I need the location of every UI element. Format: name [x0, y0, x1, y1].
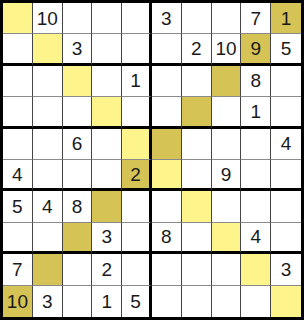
cell-r6c3[interactable] [63, 160, 93, 191]
cell-r6c8[interactable]: 9 [212, 160, 242, 191]
cell-r8c7[interactable] [182, 223, 212, 254]
cell-r5c2[interactable] [33, 129, 63, 160]
cell-r4c3[interactable] [63, 97, 93, 128]
cell-r9c4[interactable]: 2 [92, 254, 122, 285]
cell-r3c6[interactable] [152, 66, 182, 97]
cell-r4c1[interactable] [3, 97, 33, 128]
cell-r2c3[interactable]: 3 [63, 34, 93, 65]
cell-r9c9[interactable] [241, 254, 271, 285]
cell-r5c5[interactable] [122, 129, 152, 160]
cell-r7c8[interactable] [212, 191, 242, 222]
cell-r7c7[interactable] [182, 191, 212, 222]
cell-r4c9[interactable]: 1 [241, 97, 271, 128]
cell-r2c9[interactable]: 9 [241, 34, 271, 65]
cell-r8c10[interactable] [271, 223, 301, 254]
cell-r10c10[interactable] [271, 286, 301, 317]
cell-r8c6[interactable]: 8 [152, 223, 182, 254]
cell-r8c8[interactable] [212, 223, 242, 254]
cell-r9c2[interactable] [33, 254, 63, 285]
cell-r4c10[interactable] [271, 97, 301, 128]
cell-r5c8[interactable] [212, 129, 242, 160]
cell-r9c8[interactable] [212, 254, 242, 285]
cell-r7c4[interactable] [92, 191, 122, 222]
cell-r2c5[interactable] [122, 34, 152, 65]
cell-r2c6[interactable] [152, 34, 182, 65]
cell-r9c7[interactable] [182, 254, 212, 285]
cell-r9c1[interactable]: 7 [3, 254, 33, 285]
cell-r1c9[interactable]: 7 [241, 3, 271, 34]
cell-r5c4[interactable] [92, 129, 122, 160]
cell-r4c7[interactable] [182, 97, 212, 128]
cell-r5c6[interactable] [152, 129, 182, 160]
cell-r3c1[interactable] [3, 66, 33, 97]
cell-r9c5[interactable] [122, 254, 152, 285]
cell-r7c3[interactable]: 8 [63, 191, 93, 222]
cell-r8c3[interactable] [63, 223, 93, 254]
cell-r8c1[interactable] [3, 223, 33, 254]
cell-r1c2[interactable]: 10 [33, 3, 63, 34]
cell-r2c10[interactable]: 5 [271, 34, 301, 65]
cell-r1c10[interactable]: 1 [271, 3, 301, 34]
cell-r4c2[interactable] [33, 97, 63, 128]
cell-r8c5[interactable] [122, 223, 152, 254]
cell-r10c2[interactable]: 3 [33, 286, 63, 317]
cell-r2c4[interactable] [92, 34, 122, 65]
cell-r3c4[interactable] [92, 66, 122, 97]
cell-r6c2[interactable] [33, 160, 63, 191]
cell-r7c9[interactable] [241, 191, 271, 222]
cell-r6c7[interactable] [182, 160, 212, 191]
cell-r7c2[interactable]: 4 [33, 191, 63, 222]
cell-r7c5[interactable] [122, 191, 152, 222]
cell-r3c10[interactable] [271, 66, 301, 97]
cell-r3c7[interactable] [182, 66, 212, 97]
cell-r7c1[interactable]: 5 [3, 191, 33, 222]
cell-r8c2[interactable] [33, 223, 63, 254]
cell-r2c8[interactable]: 10 [212, 34, 242, 65]
cell-r10c4[interactable]: 1 [92, 286, 122, 317]
cell-r3c9[interactable]: 8 [241, 66, 271, 97]
cell-r7c10[interactable] [271, 191, 301, 222]
cell-r5c7[interactable] [182, 129, 212, 160]
cell-r1c3[interactable] [63, 3, 93, 34]
cell-r4c5[interactable] [122, 97, 152, 128]
cell-r3c3[interactable] [63, 66, 93, 97]
cell-r6c6[interactable] [152, 160, 182, 191]
cell-r1c6[interactable]: 3 [152, 3, 182, 34]
cell-r3c2[interactable] [33, 66, 63, 97]
cell-r6c5[interactable]: 2 [122, 160, 152, 191]
cell-r6c4[interactable] [92, 160, 122, 191]
cell-r2c2[interactable] [33, 34, 63, 65]
cell-r3c8[interactable] [212, 66, 242, 97]
cell-r10c7[interactable] [182, 286, 212, 317]
cell-r1c8[interactable] [212, 3, 242, 34]
cell-r1c1[interactable] [3, 3, 33, 34]
cell-r4c6[interactable] [152, 97, 182, 128]
cell-r10c3[interactable] [63, 286, 93, 317]
cell-r6c9[interactable] [241, 160, 271, 191]
cell-r1c5[interactable] [122, 3, 152, 34]
cell-r5c10[interactable]: 4 [271, 129, 301, 160]
cell-r3c5[interactable]: 1 [122, 66, 152, 97]
cell-r2c7[interactable]: 2 [182, 34, 212, 65]
cell-r5c3[interactable]: 6 [63, 129, 93, 160]
cell-r9c6[interactable] [152, 254, 182, 285]
cell-r1c4[interactable] [92, 3, 122, 34]
cell-r10c5[interactable]: 5 [122, 286, 152, 317]
cell-r10c8[interactable] [212, 286, 242, 317]
cell-r8c4[interactable]: 3 [92, 223, 122, 254]
cell-r7c6[interactable] [152, 191, 182, 222]
cell-r4c8[interactable] [212, 97, 242, 128]
cell-r5c9[interactable] [241, 129, 271, 160]
cell-r5c1[interactable] [3, 129, 33, 160]
sudoku-board: 103713210951816442954838472310315 [0, 0, 304, 320]
cell-r6c10[interactable] [271, 160, 301, 191]
cell-r1c7[interactable] [182, 3, 212, 34]
cell-r6c1[interactable]: 4 [3, 160, 33, 191]
cell-r2c1[interactable] [3, 34, 33, 65]
cell-r4c4[interactable] [92, 97, 122, 128]
cell-r9c3[interactable] [63, 254, 93, 285]
cell-r10c9[interactable] [241, 286, 271, 317]
cell-r9c10[interactable]: 3 [271, 254, 301, 285]
cell-r10c1[interactable]: 10 [3, 286, 33, 317]
cell-r10c6[interactable] [152, 286, 182, 317]
cell-r8c9[interactable]: 4 [241, 223, 271, 254]
